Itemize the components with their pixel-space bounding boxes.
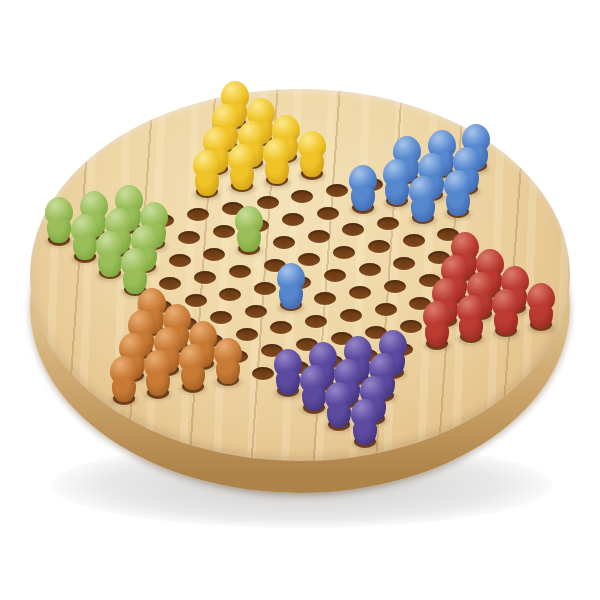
peg-blue-r6c9[interactable] — [348, 165, 378, 211]
red-peg-body — [529, 305, 553, 329]
hole-r5c9[interactable] — [326, 184, 348, 197]
hole-r6c8[interactable] — [317, 207, 339, 220]
peg-orange-r13c3[interactable] — [178, 344, 208, 390]
blue-peg-body — [446, 192, 470, 216]
hole-r10c4[interactable] — [245, 305, 267, 318]
green-peg-body — [47, 219, 71, 243]
hole-r8c9[interactable] — [403, 234, 425, 247]
hole-r7c6[interactable] — [273, 236, 295, 249]
blue-peg-body — [411, 198, 435, 222]
peg-green-r7c5[interactable] — [234, 206, 264, 252]
green-peg-body — [73, 236, 97, 260]
red-peg-body — [494, 311, 518, 335]
orange-peg-body — [181, 366, 205, 390]
hole-r9c7[interactable] — [359, 263, 381, 276]
red-peg-body — [459, 317, 483, 341]
peg-red-r13c12[interactable] — [491, 289, 521, 335]
peg-purple-r17c1[interactable] — [350, 399, 380, 445]
peg-orange-r13c2[interactable] — [143, 350, 173, 396]
hole-r6c7[interactable] — [282, 213, 304, 226]
orange-peg-body — [146, 372, 170, 396]
orange-peg-body — [216, 360, 240, 384]
red-peg-body — [425, 323, 449, 347]
hole-r7c3[interactable] — [169, 254, 191, 267]
yellow-peg-body — [195, 172, 219, 196]
purple-peg-body — [327, 404, 351, 428]
peg-blue-r7c11[interactable] — [443, 170, 473, 216]
blue-peg-body — [385, 181, 409, 205]
purple-peg-body — [353, 421, 377, 445]
hole-r6c5[interactable] — [213, 225, 235, 238]
purple-peg-body — [276, 371, 300, 395]
peg-orange-r13c1[interactable] — [109, 356, 139, 402]
peg-blue-r7c10[interactable] — [408, 176, 438, 222]
hole-r9c3[interactable] — [219, 288, 241, 301]
peg-red-r13c11[interactable] — [456, 295, 486, 341]
orange-peg-body — [112, 378, 136, 402]
hole-r11c7[interactable] — [340, 309, 362, 322]
peg-yellow-r4c2[interactable] — [227, 144, 257, 190]
green-peg-body — [237, 228, 261, 252]
hole-r8c3[interactable] — [194, 271, 216, 284]
hole-r11c8[interactable] — [375, 303, 397, 316]
peg-red-r13c13[interactable] — [526, 283, 556, 329]
peg-red-r13c10[interactable] — [422, 301, 452, 347]
hole-r7c7[interactable] — [308, 230, 330, 243]
peg-yellow-r4c4[interactable] — [297, 131, 327, 177]
peg-yellow-r4c3[interactable] — [262, 138, 292, 184]
product-photo-stage — [0, 0, 600, 600]
peg-orange-r13c4[interactable] — [213, 338, 243, 384]
peg-blue-r10c5[interactable] — [276, 263, 306, 309]
blue-peg-body — [351, 187, 375, 211]
peg-yellow-r4c1[interactable] — [192, 150, 222, 196]
hole-r10c8[interactable] — [384, 280, 406, 293]
yellow-peg-body — [230, 166, 254, 190]
purple-peg-body — [302, 387, 326, 411]
hole-r9c4[interactable] — [254, 282, 276, 295]
green-peg-body — [98, 253, 122, 277]
blue-peg-body — [279, 285, 303, 309]
hole-r8c4[interactable] — [229, 265, 251, 278]
yellow-peg-body — [265, 160, 289, 184]
yellow-peg-body — [300, 153, 324, 177]
